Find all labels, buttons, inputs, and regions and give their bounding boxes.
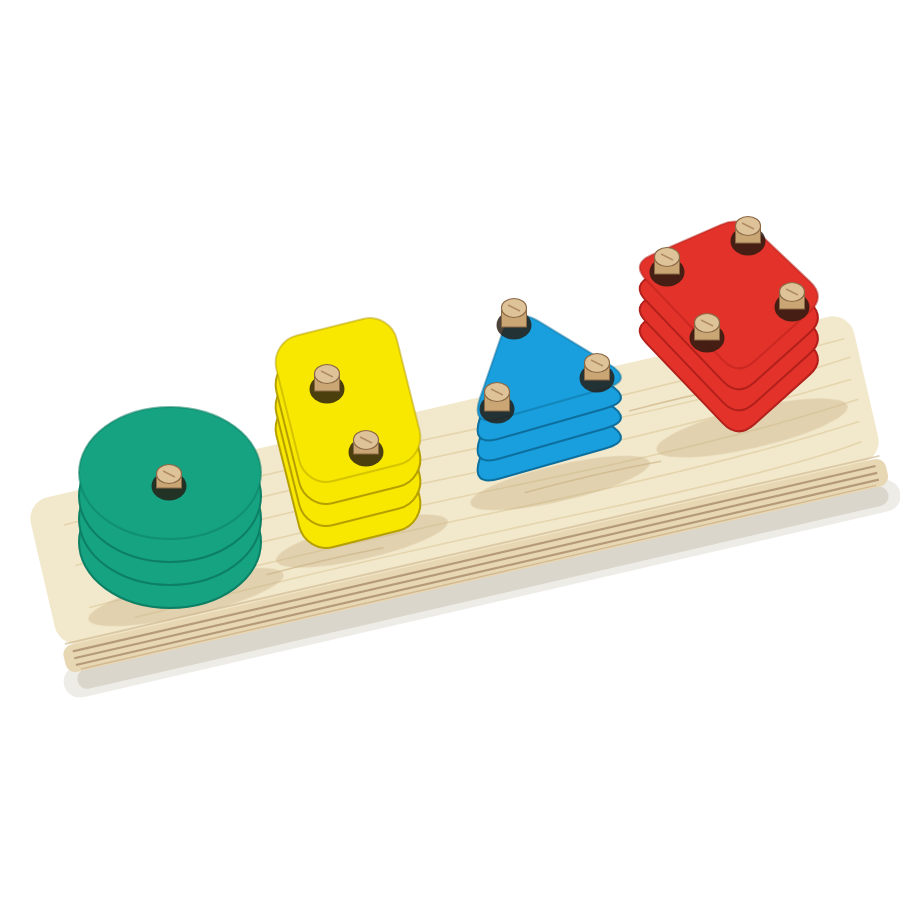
wooden-peg	[731, 217, 766, 256]
scene	[0, 0, 900, 900]
wooden-peg	[580, 354, 615, 393]
wooden-peg	[650, 248, 685, 287]
wooden-peg	[497, 299, 532, 340]
wooden-peg	[310, 365, 345, 404]
toy-photo	[0, 0, 900, 900]
wooden-peg	[775, 283, 810, 322]
stack-green-circles	[79, 407, 261, 608]
wooden-peg	[690, 314, 725, 353]
wooden-peg	[480, 383, 515, 424]
